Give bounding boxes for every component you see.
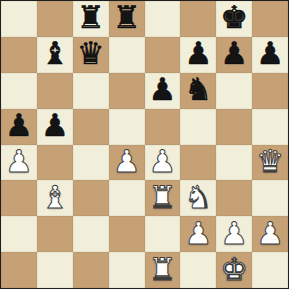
- square-h7[interactable]: ♟: [252, 37, 288, 73]
- square-d3[interactable]: [109, 180, 145, 216]
- piece-black-queen[interactable]: ♛: [77, 38, 105, 69]
- piece-white-pawn[interactable]: ♟: [149, 146, 177, 177]
- square-c5[interactable]: [73, 109, 109, 145]
- square-c8[interactable]: ♜: [73, 1, 109, 37]
- square-a1[interactable]: [1, 252, 37, 288]
- square-g3[interactable]: [216, 180, 252, 216]
- square-b5[interactable]: ♟: [37, 109, 73, 145]
- square-a7[interactable]: [1, 37, 37, 73]
- square-e7[interactable]: [145, 37, 181, 73]
- square-f7[interactable]: ♟: [180, 37, 216, 73]
- square-d8[interactable]: ♜: [109, 1, 145, 37]
- square-h3[interactable]: [252, 180, 288, 216]
- square-g7[interactable]: ♟: [216, 37, 252, 73]
- square-f4[interactable]: [180, 145, 216, 181]
- piece-white-pawn[interactable]: ♟: [184, 218, 212, 249]
- piece-white-queen[interactable]: ♛: [256, 146, 284, 177]
- piece-black-pawn[interactable]: ♟: [256, 38, 284, 69]
- square-a4[interactable]: ♟: [1, 145, 37, 181]
- square-e8[interactable]: [145, 1, 181, 37]
- chess-board: ♜♜♚♝♛♟♟♟♟♞♟♟♟♟♟♛♝♜♞♟♟♟♜♚: [0, 0, 289, 289]
- piece-black-king[interactable]: ♚: [220, 2, 248, 33]
- square-g4[interactable]: [216, 145, 252, 181]
- piece-black-pawn[interactable]: ♟: [41, 110, 69, 141]
- square-b8[interactable]: [37, 1, 73, 37]
- square-e3[interactable]: ♜: [145, 180, 181, 216]
- square-c1[interactable]: [73, 252, 109, 288]
- square-h5[interactable]: [252, 109, 288, 145]
- square-h8[interactable]: [252, 1, 288, 37]
- square-g1[interactable]: ♚: [216, 252, 252, 288]
- square-h1[interactable]: [252, 252, 288, 288]
- square-e4[interactable]: ♟: [145, 145, 181, 181]
- piece-white-pawn[interactable]: ♟: [256, 218, 284, 249]
- piece-white-king[interactable]: ♚: [220, 254, 248, 285]
- square-a2[interactable]: [1, 216, 37, 252]
- square-g2[interactable]: ♟: [216, 216, 252, 252]
- square-e1[interactable]: ♜: [145, 252, 181, 288]
- square-f3[interactable]: ♞: [180, 180, 216, 216]
- square-d1[interactable]: [109, 252, 145, 288]
- square-h2[interactable]: ♟: [252, 216, 288, 252]
- square-d4[interactable]: ♟: [109, 145, 145, 181]
- square-g5[interactable]: [216, 109, 252, 145]
- square-b3[interactable]: ♝: [37, 180, 73, 216]
- piece-white-rook[interactable]: ♜: [149, 182, 177, 213]
- square-a8[interactable]: [1, 1, 37, 37]
- piece-black-pawn[interactable]: ♟: [5, 110, 33, 141]
- square-c2[interactable]: [73, 216, 109, 252]
- piece-white-rook[interactable]: ♜: [149, 254, 177, 285]
- square-c6[interactable]: [73, 73, 109, 109]
- square-b1[interactable]: [37, 252, 73, 288]
- square-f5[interactable]: [180, 109, 216, 145]
- square-c3[interactable]: [73, 180, 109, 216]
- square-a3[interactable]: [1, 180, 37, 216]
- square-b6[interactable]: [37, 73, 73, 109]
- square-b4[interactable]: [37, 145, 73, 181]
- square-h6[interactable]: [252, 73, 288, 109]
- piece-white-bishop[interactable]: ♝: [41, 182, 69, 213]
- square-e6[interactable]: ♟: [145, 73, 181, 109]
- square-f8[interactable]: [180, 1, 216, 37]
- square-f2[interactable]: ♟: [180, 216, 216, 252]
- piece-black-pawn[interactable]: ♟: [220, 38, 248, 69]
- square-d6[interactable]: [109, 73, 145, 109]
- square-e5[interactable]: [145, 109, 181, 145]
- square-c7[interactable]: ♛: [73, 37, 109, 73]
- piece-black-pawn[interactable]: ♟: [184, 38, 212, 69]
- square-f1[interactable]: [180, 252, 216, 288]
- piece-black-knight[interactable]: ♞: [184, 74, 212, 105]
- square-a6[interactable]: [1, 73, 37, 109]
- piece-white-pawn[interactable]: ♟: [5, 146, 33, 177]
- square-b7[interactable]: ♝: [37, 37, 73, 73]
- square-f6[interactable]: ♞: [180, 73, 216, 109]
- piece-black-pawn[interactable]: ♟: [149, 74, 177, 105]
- square-g8[interactable]: ♚: [216, 1, 252, 37]
- square-d7[interactable]: [109, 37, 145, 73]
- piece-black-rook[interactable]: ♜: [113, 2, 141, 33]
- square-b2[interactable]: [37, 216, 73, 252]
- square-e2[interactable]: [145, 216, 181, 252]
- piece-white-pawn[interactable]: ♟: [220, 218, 248, 249]
- square-h4[interactable]: ♛: [252, 145, 288, 181]
- square-a5[interactable]: ♟: [1, 109, 37, 145]
- piece-white-pawn[interactable]: ♟: [113, 146, 141, 177]
- piece-white-knight[interactable]: ♞: [184, 182, 212, 213]
- square-d5[interactable]: [109, 109, 145, 145]
- square-c4[interactable]: [73, 145, 109, 181]
- square-d2[interactable]: [109, 216, 145, 252]
- piece-black-bishop[interactable]: ♝: [41, 38, 69, 69]
- square-g6[interactable]: [216, 73, 252, 109]
- piece-black-rook[interactable]: ♜: [77, 2, 105, 33]
